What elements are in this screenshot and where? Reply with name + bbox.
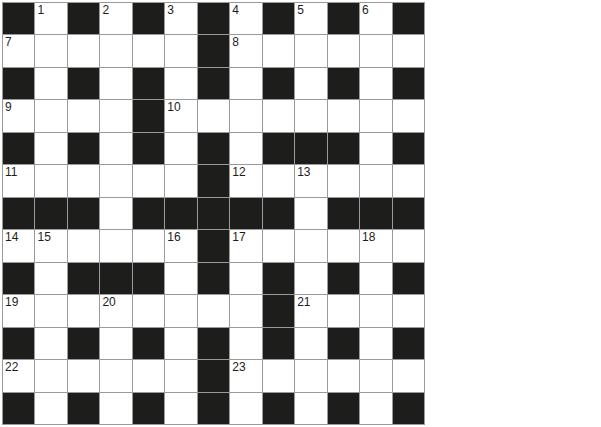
black-cell-r1c13 <box>393 3 424 34</box>
black-cell-r7c13 <box>393 198 424 229</box>
black-cell-r5c3 <box>68 133 99 164</box>
white-cell-r2c10[interactable] <box>295 35 326 66</box>
white-cell-r2c1[interactable]: 7 <box>3 35 34 66</box>
black-cell-r7c3 <box>68 198 99 229</box>
white-cell-r4c10[interactable] <box>295 100 326 131</box>
black-cell-r9c7 <box>198 263 229 294</box>
black-cell-r7c9 <box>263 198 294 229</box>
black-cell-r7c1 <box>3 198 34 229</box>
black-cell-r5c10 <box>295 133 326 164</box>
white-cell-r10c7[interactable] <box>198 295 229 326</box>
white-cell-r8c11[interactable] <box>328 230 359 261</box>
black-cell-r6c7 <box>198 165 229 196</box>
black-cell-r1c9 <box>263 3 294 34</box>
clue-number-13: 13 <box>297 166 310 179</box>
black-cell-r13c5 <box>133 393 164 424</box>
white-cell-r5c4[interactable] <box>100 133 131 164</box>
black-cell-r4c5 <box>133 100 164 131</box>
black-cell-r3c3 <box>68 68 99 99</box>
white-cell-r8c3[interactable] <box>68 230 99 261</box>
white-cell-r4c2[interactable] <box>35 100 66 131</box>
white-cell-r6c10[interactable]: 13 <box>295 165 326 196</box>
white-cell-r1c12[interactable]: 6 <box>360 3 391 34</box>
clue-number-5: 5 <box>297 4 304 17</box>
white-cell-r11c12[interactable] <box>360 328 391 359</box>
white-cell-r11c4[interactable] <box>100 328 131 359</box>
white-cell-r10c13[interactable] <box>393 295 424 326</box>
crossword-grid: 1234567891011121314151617181920212223 <box>2 2 425 425</box>
black-cell-r7c2 <box>35 198 66 229</box>
white-cell-r13c4[interactable] <box>100 393 131 424</box>
clue-number-4: 4 <box>232 4 239 17</box>
white-cell-r10c3[interactable] <box>68 295 99 326</box>
black-cell-r13c7 <box>198 393 229 424</box>
clue-number-23: 23 <box>232 361 245 374</box>
black-cell-r5c1 <box>3 133 34 164</box>
black-cell-r9c13 <box>393 263 424 294</box>
white-cell-r1c6[interactable]: 3 <box>165 3 196 34</box>
white-cell-r12c2[interactable] <box>35 360 66 391</box>
white-cell-r11c6[interactable] <box>165 328 196 359</box>
white-cell-r2c5[interactable] <box>133 35 164 66</box>
black-cell-r12c7 <box>198 360 229 391</box>
white-cell-r1c2[interactable]: 1 <box>35 3 66 34</box>
black-cell-r9c4 <box>100 263 131 294</box>
clue-number-10: 10 <box>167 101 180 114</box>
black-cell-r11c13 <box>393 328 424 359</box>
black-cell-r9c11 <box>328 263 359 294</box>
black-cell-r5c7 <box>198 133 229 164</box>
black-cell-r3c5 <box>133 68 164 99</box>
white-cell-r6c5[interactable] <box>133 165 164 196</box>
white-cell-r6c2[interactable] <box>35 165 66 196</box>
white-cell-r2c4[interactable] <box>100 35 131 66</box>
white-cell-r3c8[interactable] <box>230 68 261 99</box>
white-cell-r8c12[interactable]: 18 <box>360 230 391 261</box>
black-cell-r13c9 <box>263 393 294 424</box>
white-cell-r11c8[interactable] <box>230 328 261 359</box>
white-cell-r6c12[interactable] <box>360 165 391 196</box>
white-cell-r2c8[interactable]: 8 <box>230 35 261 66</box>
white-cell-r12c12[interactable] <box>360 360 391 391</box>
clue-number-8: 8 <box>232 36 239 49</box>
black-cell-r3c7 <box>198 68 229 99</box>
white-cell-r4c8[interactable] <box>230 100 261 131</box>
white-cell-r5c6[interactable] <box>165 133 196 164</box>
black-cell-r13c3 <box>68 393 99 424</box>
white-cell-r1c8[interactable]: 4 <box>230 3 261 34</box>
white-cell-r12c5[interactable] <box>133 360 164 391</box>
white-cell-r13c12[interactable] <box>360 393 391 424</box>
white-cell-r6c6[interactable] <box>165 165 196 196</box>
white-cell-r2c3[interactable] <box>68 35 99 66</box>
clue-number-20: 20 <box>102 296 115 309</box>
white-cell-r12c1[interactable]: 22 <box>3 360 34 391</box>
white-cell-r7c4[interactable] <box>100 198 131 229</box>
black-cell-r1c1 <box>3 3 34 34</box>
white-cell-r12c3[interactable] <box>68 360 99 391</box>
black-cell-r9c5 <box>133 263 164 294</box>
black-cell-r5c5 <box>133 133 164 164</box>
white-cell-r2c2[interactable] <box>35 35 66 66</box>
black-cell-r7c7 <box>198 198 229 229</box>
white-cell-r13c2[interactable] <box>35 393 66 424</box>
clue-number-11: 11 <box>5 166 17 179</box>
clue-number-22: 22 <box>5 361 18 374</box>
white-cell-r6c4[interactable] <box>100 165 131 196</box>
white-cell-r4c11[interactable] <box>328 100 359 131</box>
white-cell-r10c1[interactable]: 19 <box>3 295 34 326</box>
white-cell-r7c10[interactable] <box>295 198 326 229</box>
black-cell-r11c3 <box>68 328 99 359</box>
white-cell-r8c2[interactable]: 15 <box>35 230 66 261</box>
white-cell-r10c4[interactable]: 20 <box>100 295 131 326</box>
black-cell-r7c8 <box>230 198 261 229</box>
page: 1234567891011121314151617181920212223 <box>0 0 601 427</box>
black-cell-r1c11 <box>328 3 359 34</box>
white-cell-r9c2[interactable] <box>35 263 66 294</box>
clue-number-6: 6 <box>362 4 369 17</box>
black-cell-r9c3 <box>68 263 99 294</box>
white-cell-r4c6[interactable]: 10 <box>165 100 196 131</box>
clue-number-17: 17 <box>232 231 245 244</box>
black-cell-r3c1 <box>3 68 34 99</box>
white-cell-r4c13[interactable] <box>393 100 424 131</box>
black-cell-r11c9 <box>263 328 294 359</box>
white-cell-r6c3[interactable] <box>68 165 99 196</box>
white-cell-r9c8[interactable] <box>230 263 261 294</box>
white-cell-r12c13[interactable] <box>393 360 424 391</box>
black-cell-r1c5 <box>133 3 164 34</box>
black-cell-r7c12 <box>360 198 391 229</box>
white-cell-r13c8[interactable] <box>230 393 261 424</box>
black-cell-r13c13 <box>393 393 424 424</box>
white-cell-r8c5[interactable] <box>133 230 164 261</box>
white-cell-r12c10[interactable] <box>295 360 326 391</box>
black-cell-r9c1 <box>3 263 34 294</box>
white-cell-r9c6[interactable] <box>165 263 196 294</box>
white-cell-r2c6[interactable] <box>165 35 196 66</box>
clue-number-9: 9 <box>5 101 12 114</box>
white-cell-r2c13[interactable] <box>393 35 424 66</box>
black-cell-r7c5 <box>133 198 164 229</box>
clue-number-2: 2 <box>102 4 109 17</box>
white-cell-r10c2[interactable] <box>35 295 66 326</box>
black-cell-r13c11 <box>328 393 359 424</box>
white-cell-r8c10[interactable] <box>295 230 326 261</box>
clue-number-19: 19 <box>5 296 18 309</box>
black-cell-r5c11 <box>328 133 359 164</box>
white-cell-r10c8[interactable] <box>230 295 261 326</box>
white-cell-r8c1[interactable]: 14 <box>3 230 34 261</box>
clue-number-7: 7 <box>5 36 12 49</box>
clue-number-12: 12 <box>232 166 245 179</box>
black-cell-r7c6 <box>165 198 196 229</box>
white-cell-r8c8[interactable]: 17 <box>230 230 261 261</box>
white-cell-r4c4[interactable] <box>100 100 131 131</box>
white-cell-r6c8[interactable]: 12 <box>230 165 261 196</box>
white-cell-r13c10[interactable] <box>295 393 326 424</box>
white-cell-r10c10[interactable]: 21 <box>295 295 326 326</box>
white-cell-r4c3[interactable] <box>68 100 99 131</box>
white-cell-r5c2[interactable] <box>35 133 66 164</box>
white-cell-r10c11[interactable] <box>328 295 359 326</box>
black-cell-r1c3 <box>68 3 99 34</box>
black-cell-r13c1 <box>3 393 34 424</box>
white-cell-r3c12[interactable] <box>360 68 391 99</box>
clue-number-1: 1 <box>37 4 44 17</box>
black-cell-r7c11 <box>328 198 359 229</box>
black-cell-r5c13 <box>393 133 424 164</box>
white-cell-r12c4[interactable] <box>100 360 131 391</box>
white-cell-r9c10[interactable] <box>295 263 326 294</box>
white-cell-r10c6[interactable] <box>165 295 196 326</box>
white-cell-r3c10[interactable] <box>295 68 326 99</box>
clue-number-21: 21 <box>297 296 310 309</box>
black-cell-r1c7 <box>198 3 229 34</box>
black-cell-r9c9 <box>263 263 294 294</box>
white-cell-r4c1[interactable]: 9 <box>3 100 34 131</box>
white-cell-r4c7[interactable] <box>198 100 229 131</box>
black-cell-r2c7 <box>198 35 229 66</box>
black-cell-r5c9 <box>263 133 294 164</box>
white-cell-r13c6[interactable] <box>165 393 196 424</box>
clue-number-15: 15 <box>37 231 50 244</box>
white-cell-r6c13[interactable] <box>393 165 424 196</box>
white-cell-r2c11[interactable] <box>328 35 359 66</box>
white-cell-r12c6[interactable] <box>165 360 196 391</box>
white-cell-r10c5[interactable] <box>133 295 164 326</box>
white-cell-r3c4[interactable] <box>100 68 131 99</box>
white-cell-r5c8[interactable] <box>230 133 261 164</box>
black-cell-r8c7 <box>198 230 229 261</box>
clue-number-18: 18 <box>362 231 375 244</box>
white-cell-r1c4[interactable]: 2 <box>100 3 131 34</box>
white-cell-r11c2[interactable] <box>35 328 66 359</box>
black-cell-r3c11 <box>328 68 359 99</box>
white-cell-r3c2[interactable] <box>35 68 66 99</box>
black-cell-r11c1 <box>3 328 34 359</box>
white-cell-r12c11[interactable] <box>328 360 359 391</box>
clue-number-3: 3 <box>167 4 174 17</box>
white-cell-r3c6[interactable] <box>165 68 196 99</box>
white-cell-r2c9[interactable] <box>263 35 294 66</box>
black-cell-r3c9 <box>263 68 294 99</box>
white-cell-r12c9[interactable] <box>263 360 294 391</box>
white-cell-r8c6[interactable]: 16 <box>165 230 196 261</box>
clue-number-16: 16 <box>167 231 180 244</box>
black-cell-r10c9 <box>263 295 294 326</box>
white-cell-r2c12[interactable] <box>360 35 391 66</box>
white-cell-r4c12[interactable] <box>360 100 391 131</box>
white-cell-r5c12[interactable] <box>360 133 391 164</box>
black-cell-r11c5 <box>133 328 164 359</box>
black-cell-r11c7 <box>198 328 229 359</box>
white-cell-r10c12[interactable] <box>360 295 391 326</box>
white-cell-r1c10[interactable]: 5 <box>295 3 326 34</box>
white-cell-r11c10[interactable] <box>295 328 326 359</box>
white-cell-r6c11[interactable] <box>328 165 359 196</box>
clue-number-14: 14 <box>5 231 18 244</box>
black-cell-r11c11 <box>328 328 359 359</box>
white-cell-r4c9[interactable] <box>263 100 294 131</box>
white-cell-r8c4[interactable] <box>100 230 131 261</box>
white-cell-r6c9[interactable] <box>263 165 294 196</box>
white-cell-r9c12[interactable] <box>360 263 391 294</box>
white-cell-r8c13[interactable] <box>393 230 424 261</box>
white-cell-r12c8[interactable]: 23 <box>230 360 261 391</box>
white-cell-r8c9[interactable] <box>263 230 294 261</box>
black-cell-r3c13 <box>393 68 424 99</box>
white-cell-r6c1[interactable]: 11 <box>3 165 34 196</box>
